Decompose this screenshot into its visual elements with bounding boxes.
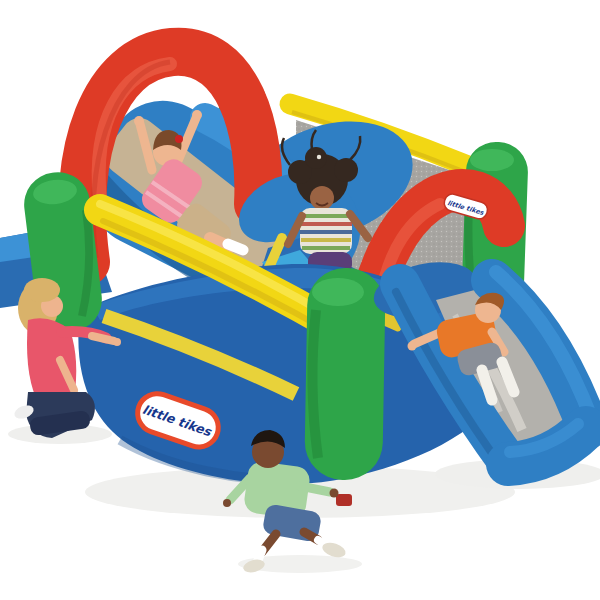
hair-bow [175,135,183,143]
bounce-house-scene: little tikes little tikes [0,0,600,600]
anchor-stake [336,494,352,506]
white-sock [228,244,243,250]
mother-hair [24,278,60,302]
product-photo: little tikes little tikes [0,0,600,600]
